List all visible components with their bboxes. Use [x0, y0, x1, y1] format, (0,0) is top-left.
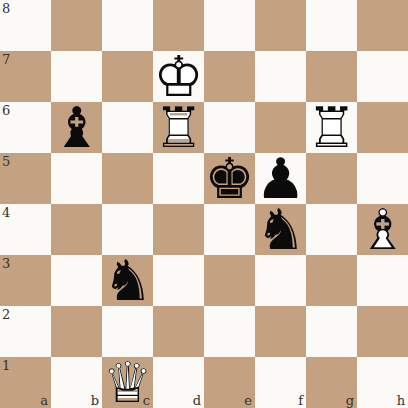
square-a1[interactable]: 1a — [0, 357, 51, 408]
rank-label-7: 7 — [2, 53, 10, 66]
square-h3[interactable] — [357, 255, 408, 306]
square-h4[interactable]: ♝♗ — [357, 204, 408, 255]
square-b1[interactable]: b — [51, 357, 102, 408]
square-h2[interactable] — [357, 306, 408, 357]
piece-white-rook[interactable]: ♜♖ — [306, 102, 357, 153]
square-a5[interactable]: 5 — [0, 153, 51, 204]
piece-glyph: ♝ — [51, 100, 101, 156]
file-label-c: c — [143, 394, 150, 407]
square-d1[interactable]: d — [153, 357, 204, 408]
square-g8[interactable] — [306, 0, 357, 51]
rank-label-8: 8 — [2, 2, 10, 15]
square-a8[interactable]: 8 — [0, 0, 51, 51]
square-g6[interactable]: ♜♖ — [306, 102, 357, 153]
square-d6[interactable]: ♜♖ — [153, 102, 204, 153]
piece-white-bishop[interactable]: ♝♗ — [357, 204, 408, 255]
rank-label-5: 5 — [2, 155, 10, 168]
square-a6[interactable]: 6 — [0, 102, 51, 153]
rank-label-4: 4 — [2, 206, 10, 219]
square-f7[interactable] — [255, 51, 306, 102]
square-b4[interactable] — [51, 204, 102, 255]
file-label-d: d — [193, 394, 201, 407]
square-d4[interactable] — [153, 204, 204, 255]
rank-label-1: 1 — [2, 359, 10, 372]
square-e2[interactable] — [204, 306, 255, 357]
square-b6[interactable]: ♝ — [51, 102, 102, 153]
square-e5[interactable]: ♚ — [204, 153, 255, 204]
square-b5[interactable] — [51, 153, 102, 204]
piece-glyph: ♞ — [255, 202, 305, 258]
square-c5[interactable] — [102, 153, 153, 204]
square-b3[interactable] — [51, 255, 102, 306]
square-e7[interactable] — [204, 51, 255, 102]
piece-black-knight[interactable]: ♞ — [102, 255, 153, 306]
square-h1[interactable]: h — [357, 357, 408, 408]
file-label-a: a — [40, 394, 48, 407]
square-f2[interactable] — [255, 306, 306, 357]
square-a3[interactable]: 3 — [0, 255, 51, 306]
piece-black-bishop[interactable]: ♝ — [51, 102, 102, 153]
piece-glyph: ♚ — [204, 151, 254, 207]
square-c7[interactable] — [102, 51, 153, 102]
square-d2[interactable] — [153, 306, 204, 357]
square-h6[interactable] — [357, 102, 408, 153]
square-e1[interactable]: e — [204, 357, 255, 408]
piece-black-king[interactable]: ♚ — [204, 153, 255, 204]
square-e3[interactable] — [204, 255, 255, 306]
square-a4[interactable]: 4 — [0, 204, 51, 255]
square-f3[interactable] — [255, 255, 306, 306]
rank-label-3: 3 — [2, 257, 10, 270]
square-c3[interactable]: ♞ — [102, 255, 153, 306]
square-h7[interactable] — [357, 51, 408, 102]
square-a2[interactable]: 2 — [0, 306, 51, 357]
rank-label-2: 2 — [2, 308, 10, 321]
square-f1[interactable]: f — [255, 357, 306, 408]
square-b8[interactable] — [51, 0, 102, 51]
piece-outline: ♗ — [357, 202, 407, 258]
square-g3[interactable] — [306, 255, 357, 306]
square-g1[interactable]: g — [306, 357, 357, 408]
square-d5[interactable] — [153, 153, 204, 204]
file-label-e: e — [244, 394, 252, 407]
square-c6[interactable] — [102, 102, 153, 153]
square-f4[interactable]: ♞ — [255, 204, 306, 255]
square-g4[interactable] — [306, 204, 357, 255]
file-label-h: h — [397, 394, 405, 407]
square-a7[interactable]: 7 — [0, 51, 51, 102]
square-e8[interactable] — [204, 0, 255, 51]
file-label-b: b — [91, 394, 99, 407]
piece-outline: ♖ — [306, 100, 356, 156]
piece-white-rook[interactable]: ♜♖ — [153, 102, 204, 153]
square-c8[interactable] — [102, 0, 153, 51]
square-b2[interactable] — [51, 306, 102, 357]
chess-board: 87♚♔6♝♜♖♜♖5♚♟4♞♝♗3♞21abc♛♕defgh — [0, 0, 408, 408]
piece-black-knight[interactable]: ♞ — [255, 204, 306, 255]
square-f8[interactable] — [255, 0, 306, 51]
file-label-g: g — [346, 394, 354, 407]
square-c1[interactable]: c♛♕ — [102, 357, 153, 408]
square-g2[interactable] — [306, 306, 357, 357]
square-g5[interactable] — [306, 153, 357, 204]
square-h8[interactable] — [357, 0, 408, 51]
piece-glyph: ♞ — [102, 253, 152, 309]
file-label-f: f — [298, 394, 303, 407]
rank-label-6: 6 — [2, 104, 10, 117]
square-d3[interactable] — [153, 255, 204, 306]
piece-outline: ♖ — [153, 100, 203, 156]
square-e4[interactable] — [204, 204, 255, 255]
